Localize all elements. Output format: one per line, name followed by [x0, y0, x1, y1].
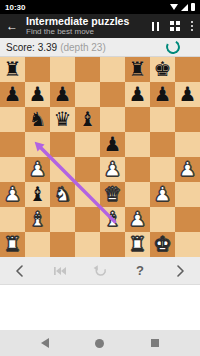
square-d8[interactable]: [75, 57, 100, 82]
square-d2[interactable]: [75, 207, 100, 232]
puzzle-toolbar: ?: [0, 257, 200, 285]
app-bar: ← Intermediate puzzles Find the best mov…: [0, 14, 200, 38]
square-f3[interactable]: [125, 182, 150, 207]
square-e7[interactable]: [100, 82, 125, 107]
piece-white-king[interactable]: ♚: [154, 232, 172, 257]
square-f1[interactable]: ♜: [125, 232, 150, 257]
chess-board[interactable]: ♜♜♚♟♟♟♟♟♟♞♛♝♟♟♟♟♟♝♞♛♟♝♝♟♜♜♚: [0, 57, 200, 257]
square-f2[interactable]: ♟: [125, 207, 150, 232]
piece-black-pawn[interactable]: ♟: [154, 82, 172, 107]
square-e6[interactable]: [100, 107, 125, 132]
hint-button[interactable]: ?: [127, 259, 153, 283]
status-bar: 10:30: [0, 0, 200, 14]
piece-white-bishop[interactable]: ♝: [29, 207, 47, 232]
square-c4[interactable]: [50, 157, 75, 182]
square-c3[interactable]: ♞: [50, 182, 75, 207]
piece-white-rook[interactable]: ♜: [4, 232, 22, 257]
back-arrow-icon[interactable]: ←: [6, 20, 18, 32]
chevron-left-icon: [15, 265, 25, 277]
pause-icon[interactable]: [152, 22, 160, 31]
piece-black-pawn[interactable]: ♟: [104, 132, 122, 157]
square-g1[interactable]: ♚: [150, 232, 175, 257]
piece-black-knight[interactable]: ♞: [29, 107, 47, 132]
piece-black-rook[interactable]: ♜: [129, 57, 147, 82]
square-c6[interactable]: ♛: [50, 107, 75, 132]
square-b4[interactable]: ♟: [25, 157, 50, 182]
square-a5[interactable]: [0, 132, 25, 157]
score-bar: Score: 3.39 (depth 23): [0, 38, 200, 57]
square-h4[interactable]: ♟: [175, 157, 200, 182]
square-h6[interactable]: [175, 107, 200, 132]
square-a1[interactable]: ♜: [0, 232, 25, 257]
undo-icon: [93, 265, 107, 277]
page-title: Intermediate puzzles: [26, 15, 152, 27]
skip-to-start-icon: [53, 266, 67, 276]
chevron-right-icon: [175, 265, 185, 277]
square-b3[interactable]: ♝: [25, 182, 50, 207]
square-h8[interactable]: [175, 57, 200, 82]
square-h7[interactable]: ♟: [175, 82, 200, 107]
piece-white-pawn[interactable]: ♟: [4, 182, 22, 207]
square-g7[interactable]: ♟: [150, 82, 175, 107]
square-e2[interactable]: ♝: [100, 207, 125, 232]
square-a7[interactable]: ♟: [0, 82, 25, 107]
next-puzzle-button[interactable]: [167, 259, 193, 283]
square-a8[interactable]: ♜: [0, 57, 25, 82]
android-nav-bar: [0, 330, 200, 356]
score-value: Score: 3.39: [6, 42, 57, 53]
piece-black-pawn[interactable]: ♟: [29, 82, 47, 107]
square-a3[interactable]: ♟: [0, 182, 25, 207]
square-g6[interactable]: [150, 107, 175, 132]
square-d5[interactable]: [75, 132, 100, 157]
square-f7[interactable]: ♟: [125, 82, 150, 107]
app-bar-actions: [152, 21, 194, 32]
square-f6[interactable]: [125, 107, 150, 132]
piece-black-pawn[interactable]: ♟: [179, 82, 197, 107]
square-g8[interactable]: ♚: [150, 57, 175, 82]
back-triangle-icon[interactable]: [41, 338, 49, 348]
square-f4[interactable]: [125, 157, 150, 182]
square-g5[interactable]: [150, 132, 175, 157]
skip-to-start-button[interactable]: [47, 259, 73, 283]
piece-white-pawn[interactable]: ♟: [129, 207, 147, 232]
grid-icon[interactable]: [170, 21, 180, 31]
square-c1[interactable]: [50, 232, 75, 257]
square-g3[interactable]: ♟: [150, 182, 175, 207]
square-b5[interactable]: [25, 132, 50, 157]
piece-white-pawn[interactable]: ♟: [154, 182, 172, 207]
home-circle-icon[interactable]: [95, 339, 104, 348]
square-b8[interactable]: [25, 57, 50, 82]
app-bar-titles: Intermediate puzzles Find the best move: [26, 15, 152, 36]
square-b7[interactable]: ♟: [25, 82, 50, 107]
square-f5[interactable]: [125, 132, 150, 157]
piece-black-pawn[interactable]: ♟: [129, 82, 147, 107]
piece-white-pawn[interactable]: ♟: [104, 157, 122, 182]
square-g4[interactable]: [150, 157, 175, 182]
cell-signal-icon: [181, 4, 188, 11]
search-depth: (depth 23): [60, 42, 106, 53]
piece-black-bishop[interactable]: ♝: [29, 182, 47, 207]
piece-white-bishop[interactable]: ♝: [104, 207, 122, 232]
square-g2[interactable]: [150, 207, 175, 232]
square-d1[interactable]: [75, 232, 100, 257]
square-b6[interactable]: ♞: [25, 107, 50, 132]
square-c8[interactable]: [50, 57, 75, 82]
piece-black-rook[interactable]: ♜: [4, 57, 22, 82]
square-h5[interactable]: [175, 132, 200, 157]
square-e1[interactable]: [100, 232, 125, 257]
piece-black-pawn[interactable]: ♟: [54, 82, 72, 107]
progress-spinner-icon: [164, 38, 181, 55]
square-d4[interactable]: [75, 157, 100, 182]
square-h3[interactable]: [175, 182, 200, 207]
overflow-menu-icon[interactable]: [191, 21, 194, 32]
square-e3[interactable]: ♛: [100, 182, 125, 207]
empty-area: [0, 285, 200, 330]
piece-black-pawn[interactable]: ♟: [4, 82, 22, 107]
square-e4[interactable]: ♟: [100, 157, 125, 182]
square-a6[interactable]: [0, 107, 25, 132]
status-icons: [170, 3, 195, 11]
square-b2[interactable]: ♝: [25, 207, 50, 232]
square-c5[interactable]: [50, 132, 75, 157]
page-subtitle: Find the best move: [26, 27, 152, 36]
piece-black-king[interactable]: ♚: [154, 57, 172, 82]
piece-white-pawn[interactable]: ♟: [29, 157, 47, 182]
piece-black-bishop[interactable]: ♝: [79, 107, 97, 132]
square-b1[interactable]: [25, 232, 50, 257]
clock: 10:30: [5, 3, 25, 12]
wifi-icon: [170, 4, 178, 10]
battery-icon: [191, 3, 195, 11]
piece-white-rook[interactable]: ♜: [129, 232, 147, 257]
square-f8[interactable]: ♜: [125, 57, 150, 82]
previous-puzzle-button[interactable]: [7, 259, 33, 283]
square-c2[interactable]: [50, 207, 75, 232]
square-d3[interactable]: [75, 182, 100, 207]
square-h1[interactable]: [175, 232, 200, 257]
square-a4[interactable]: [0, 157, 25, 182]
square-e8[interactable]: [100, 57, 125, 82]
piece-black-queen[interactable]: ♛: [54, 107, 72, 132]
square-h2[interactable]: [175, 207, 200, 232]
square-e5[interactable]: ♟: [100, 132, 125, 157]
piece-white-queen[interactable]: ♛: [104, 182, 122, 207]
square-c7[interactable]: ♟: [50, 82, 75, 107]
piece-white-pawn[interactable]: ♟: [179, 157, 197, 182]
undo-move-button[interactable]: [87, 259, 113, 283]
piece-white-knight[interactable]: ♞: [54, 182, 72, 207]
square-d6[interactable]: ♝: [75, 107, 100, 132]
recents-square-icon[interactable]: [151, 339, 159, 347]
square-d7[interactable]: [75, 82, 100, 107]
square-a2[interactable]: [0, 207, 25, 232]
